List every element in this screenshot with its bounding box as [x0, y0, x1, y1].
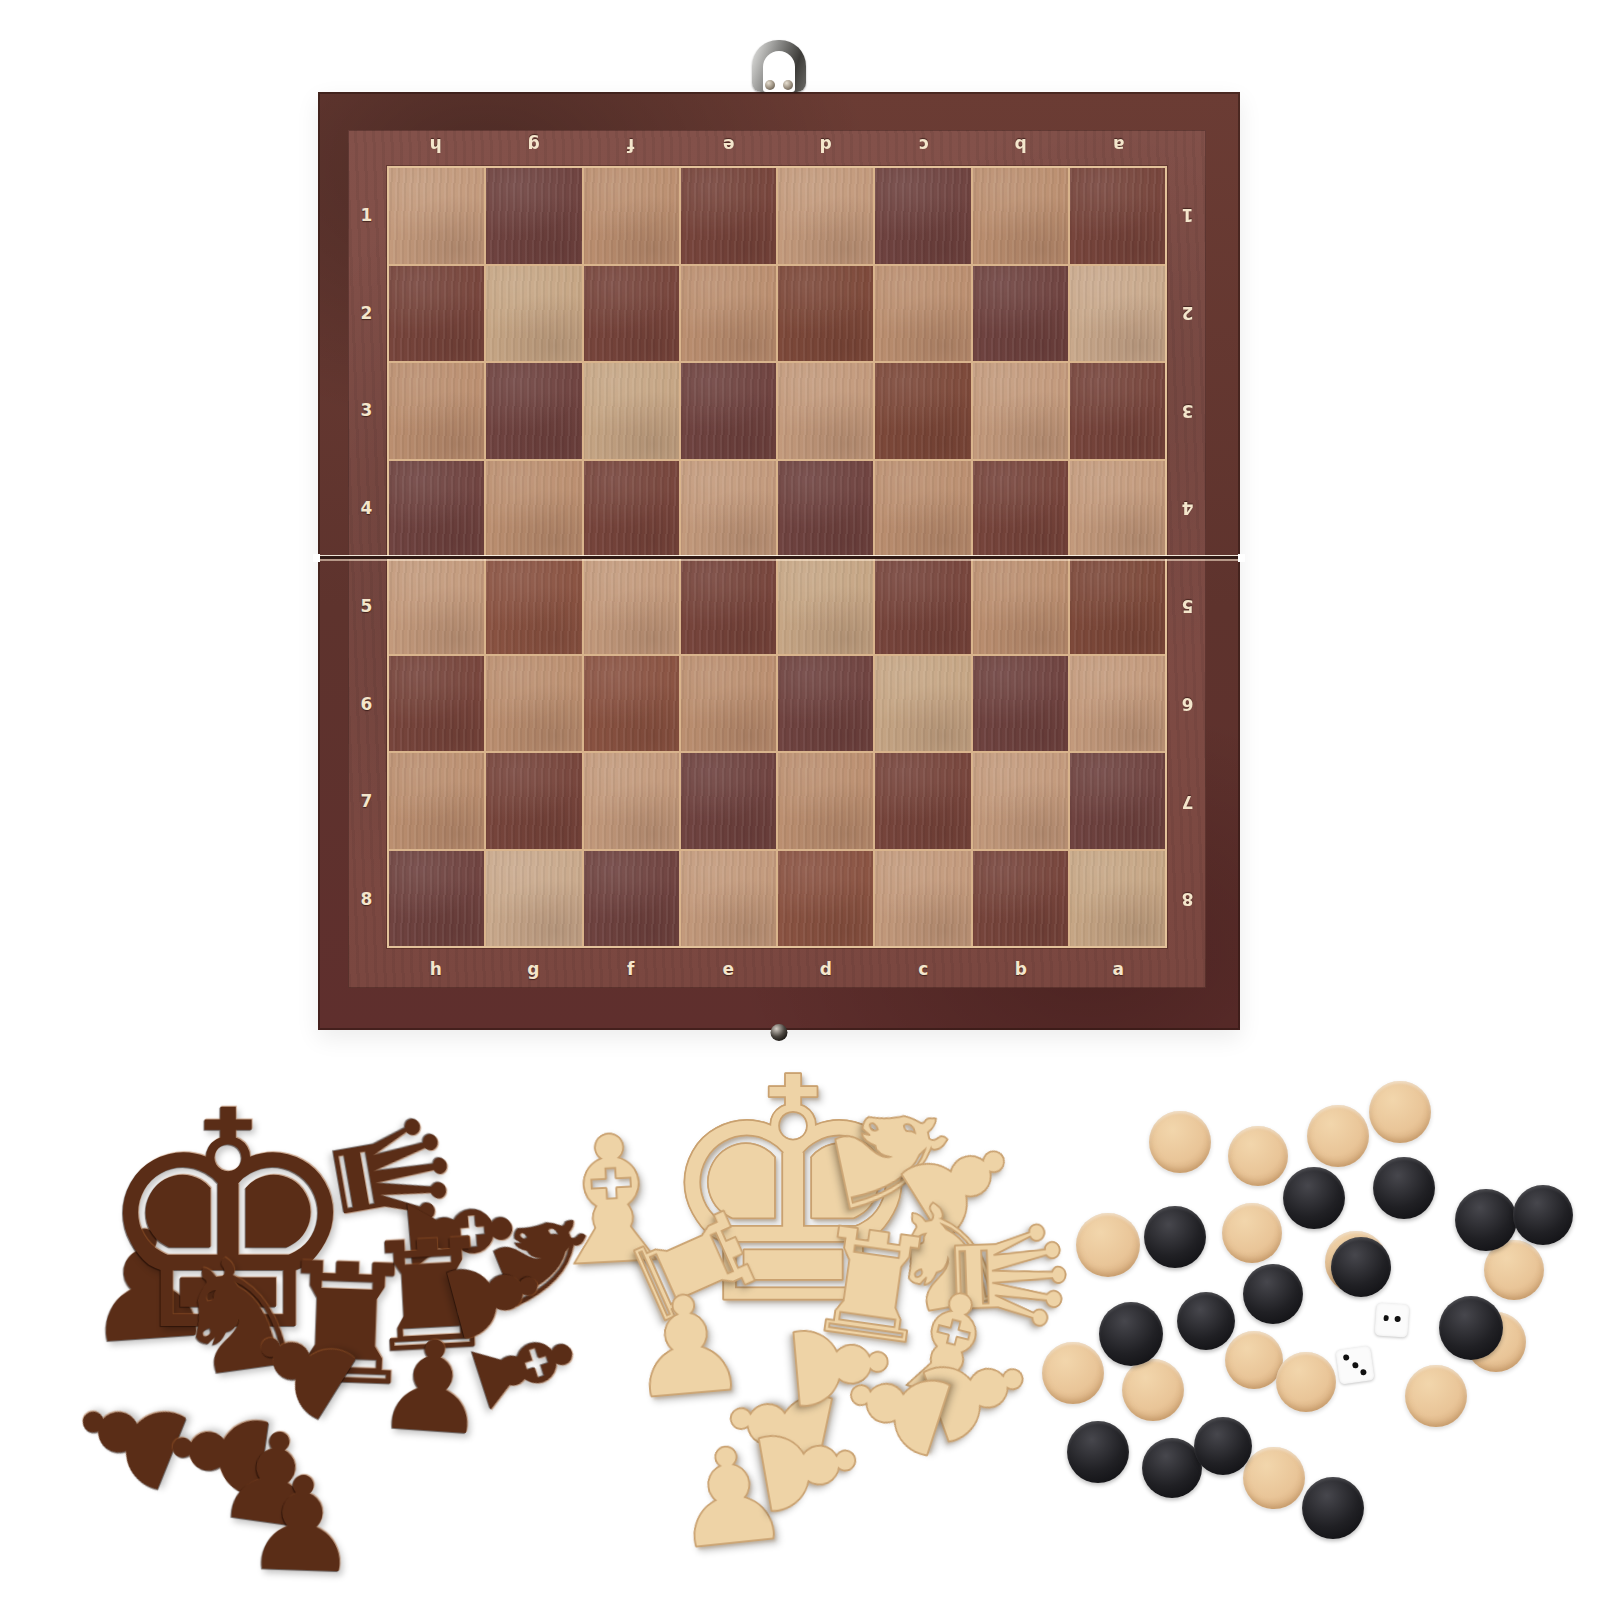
dark-rook-piece: ♜: [359, 1218, 501, 1375]
black-checker-piece: [1439, 1296, 1503, 1360]
rank-label-right-7: 7: [1169, 753, 1206, 851]
light-pawn-piece: ♟: [820, 1334, 974, 1479]
square-f3: [584, 363, 679, 459]
square-h3: [389, 363, 484, 459]
black-checker-piece: [1177, 1292, 1235, 1350]
black-checker-piece: [1513, 1185, 1573, 1245]
square-b3: [973, 363, 1068, 459]
file-labels-bottom: hgfedcba: [387, 952, 1167, 986]
square-a6: [1070, 656, 1165, 752]
square-e3: [681, 363, 776, 459]
cream-checker-piece: [1405, 1365, 1467, 1427]
square-f8: [584, 851, 679, 947]
light-pawn-piece: ♟: [737, 1401, 880, 1533]
light-pawn-piece: ♟: [874, 1099, 1046, 1267]
dark-pawn-piece: ♟: [425, 1231, 563, 1360]
light-queen-piece: ♛: [931, 1206, 1086, 1346]
file-label-top-e: e: [680, 128, 778, 162]
cream-checker-piece: [1225, 1331, 1283, 1389]
square-h7: [389, 753, 484, 849]
file-label-bottom-f: f: [582, 952, 680, 986]
rank-label-right-8: 8: [1169, 850, 1206, 948]
light-bishop-piece: ♝: [872, 1263, 1028, 1429]
light-knight-piece: ♞: [870, 1174, 1023, 1339]
black-checker-piece: [1283, 1167, 1345, 1229]
rank-label-left-5: 5: [348, 557, 385, 655]
square-d7: [778, 753, 873, 849]
square-b1: [973, 168, 1068, 264]
square-f6: [584, 656, 679, 752]
square-h8: [389, 851, 484, 947]
dark-pawn-piece: ♟: [210, 1409, 338, 1548]
die-showing-2: [1374, 1302, 1409, 1337]
square-h5: [389, 558, 484, 654]
square-c1: [875, 168, 970, 264]
dark-rook-piece: ♜: [269, 1240, 423, 1410]
die-pip: [1395, 1316, 1401, 1322]
light-knight-piece: ♞: [805, 1075, 980, 1238]
cream-checker-piece: [1076, 1213, 1140, 1277]
cream-checker-piece: [1228, 1126, 1288, 1186]
die-pip: [1383, 1315, 1389, 1321]
square-d1: [778, 168, 873, 264]
metal-clasp: [752, 40, 806, 98]
square-d2: [778, 266, 873, 362]
black-checker-piece: [1099, 1302, 1163, 1366]
chess-board: hgfedcba hgfedcba 12345678 12345678: [318, 92, 1240, 1030]
dark-pawn-piece: ♟: [150, 1389, 289, 1517]
dark-queen-piece: ♛: [304, 1095, 475, 1253]
square-d3: [778, 363, 873, 459]
square-d5: [778, 558, 873, 654]
light-bishop-piece: ♝: [529, 1110, 695, 1293]
square-f1: [584, 168, 679, 264]
square-h4: [389, 461, 484, 557]
light-king-piece: ♚: [654, 1038, 932, 1348]
product-photo-stage: hgfedcba hgfedcba 12345678 12345678 ♟♚♛♝…: [0, 0, 1600, 1600]
square-f4: [584, 461, 679, 557]
square-g7: [486, 753, 581, 849]
fold-seam: [315, 555, 1243, 561]
light-rook-piece: ♜: [798, 1205, 947, 1367]
file-label-top-h: h: [387, 128, 485, 162]
square-c6: [875, 656, 970, 752]
rank-label-right-3: 3: [1169, 362, 1206, 460]
dark-pawn-piece: ♟: [241, 1458, 362, 1592]
square-d6: [778, 656, 873, 752]
square-a1: [1070, 168, 1165, 264]
die-pip: [1351, 1361, 1358, 1368]
file-label-bottom-b: b: [972, 952, 1070, 986]
square-c8: [875, 851, 970, 947]
file-label-top-g: g: [485, 128, 583, 162]
square-g3: [486, 363, 581, 459]
square-a5: [1070, 558, 1165, 654]
dark-pawn-piece: ♟: [372, 1321, 493, 1454]
rank-label-left-2: 2: [348, 264, 385, 362]
cream-checker-piece: [1149, 1111, 1211, 1173]
rank-label-left-7: 7: [348, 753, 385, 851]
square-b2: [973, 266, 1068, 362]
light-pawn-piece: ♟: [773, 1304, 907, 1427]
square-b7: [973, 753, 1068, 849]
black-checker-piece: [1331, 1237, 1391, 1297]
light-pawn-piece: ♟: [664, 1425, 795, 1569]
rank-label-left-8: 8: [348, 850, 385, 948]
rank-label-right-5: 5: [1169, 557, 1206, 655]
dark-bishop-piece: ♝: [383, 1164, 533, 1301]
square-g5: [486, 558, 581, 654]
black-checker-piece: [1194, 1417, 1252, 1475]
cream-checker-piece: [1369, 1081, 1431, 1143]
file-label-bottom-a: a: [1070, 952, 1168, 986]
square-a2: [1070, 266, 1165, 362]
square-e6: [681, 656, 776, 752]
square-e7: [681, 753, 776, 849]
square-b6: [973, 656, 1068, 752]
square-e1: [681, 168, 776, 264]
light-pawn-piece: ♟: [704, 1356, 855, 1497]
cream-checker-piece: [1222, 1203, 1282, 1263]
square-h6: [389, 656, 484, 752]
file-labels-top: hgfedcba: [387, 128, 1167, 162]
square-f5: [584, 558, 679, 654]
square-a7: [1070, 753, 1165, 849]
square-f7: [584, 753, 679, 849]
rank-label-right-4: 4: [1169, 459, 1206, 557]
square-e5: [681, 558, 776, 654]
square-b4: [973, 461, 1068, 557]
square-f2: [584, 266, 679, 362]
square-h2: [389, 266, 484, 362]
square-c5: [875, 558, 970, 654]
dark-pawn-piece: ♟: [48, 1358, 212, 1515]
dark-king-piece: ♚: [94, 1073, 363, 1373]
die-showing-3: [1335, 1345, 1375, 1385]
file-label-bottom-g: g: [485, 952, 583, 986]
square-d8: [778, 851, 873, 947]
square-g1: [486, 168, 581, 264]
square-c7: [875, 753, 970, 849]
black-checker-piece: [1067, 1421, 1129, 1483]
file-label-bottom-d: d: [777, 952, 875, 986]
dark-pawn-piece: ♟: [76, 1206, 221, 1365]
cream-checker-piece: [1484, 1240, 1544, 1300]
square-b5: [973, 558, 1068, 654]
square-b8: [973, 851, 1068, 947]
square-g8: [486, 851, 581, 947]
cream-checker-piece: [1466, 1312, 1526, 1372]
file-label-bottom-e: e: [680, 952, 778, 986]
black-checker-piece: [1373, 1157, 1435, 1219]
square-c2: [875, 266, 970, 362]
file-label-bottom-c: c: [875, 952, 973, 986]
square-h1: [389, 168, 484, 264]
light-pawn-piece: ♟: [621, 1274, 753, 1419]
square-a3: [1070, 363, 1165, 459]
cream-checker-piece: [1325, 1231, 1387, 1293]
light-pawn-piece: ♟: [899, 1318, 1055, 1466]
rank-label-right-6: 6: [1169, 655, 1206, 753]
black-checker-piece: [1455, 1189, 1517, 1251]
die-pip: [1360, 1369, 1367, 1376]
rank-label-right-2: 2: [1169, 264, 1206, 362]
file-label-top-a: a: [1070, 128, 1168, 162]
file-label-top-b: b: [972, 128, 1070, 162]
square-g6: [486, 656, 581, 752]
light-rook-piece: ♜: [606, 1184, 779, 1349]
square-e4: [681, 461, 776, 557]
cream-checker-piece: [1122, 1359, 1184, 1421]
cream-checker-piece: [1276, 1352, 1336, 1412]
rank-label-left-6: 6: [348, 655, 385, 753]
rank-label-left-4: 4: [348, 459, 385, 557]
file-label-top-d: d: [777, 128, 875, 162]
bottom-knob: [771, 1024, 788, 1041]
cream-checker-piece: [1307, 1105, 1369, 1167]
dark-knight-piece: ♞: [464, 1182, 622, 1333]
cream-checker-piece: [1243, 1447, 1305, 1509]
square-a4: [1070, 461, 1165, 557]
black-checker-piece: [1243, 1264, 1303, 1324]
clasp-bolt-icon: [765, 80, 775, 90]
cream-checker-piece: [1042, 1342, 1104, 1404]
square-e8: [681, 851, 776, 947]
file-label-top-f: f: [582, 128, 680, 162]
square-g2: [486, 266, 581, 362]
square-e2: [681, 266, 776, 362]
rank-label-left-1: 1: [348, 166, 385, 264]
file-label-top-c: c: [875, 128, 973, 162]
black-checker-piece: [1144, 1206, 1206, 1268]
black-checker-piece: [1302, 1477, 1364, 1539]
die-pip: [1343, 1354, 1350, 1361]
clasp-bolt-icon: [783, 80, 793, 90]
square-d4: [778, 461, 873, 557]
square-a8: [1070, 851, 1165, 947]
file-label-bottom-h: h: [387, 952, 485, 986]
square-c3: [875, 363, 970, 459]
dark-knight-piece: ♞: [158, 1229, 317, 1402]
black-checker-piece: [1142, 1438, 1202, 1498]
square-g4: [486, 461, 581, 557]
rank-label-left-3: 3: [348, 362, 385, 460]
square-c4: [875, 461, 970, 557]
rank-label-right-1: 1: [1169, 166, 1206, 264]
dark-pawn-piece: ♟: [223, 1290, 382, 1445]
dark-bishop-piece: ♝: [444, 1291, 604, 1442]
